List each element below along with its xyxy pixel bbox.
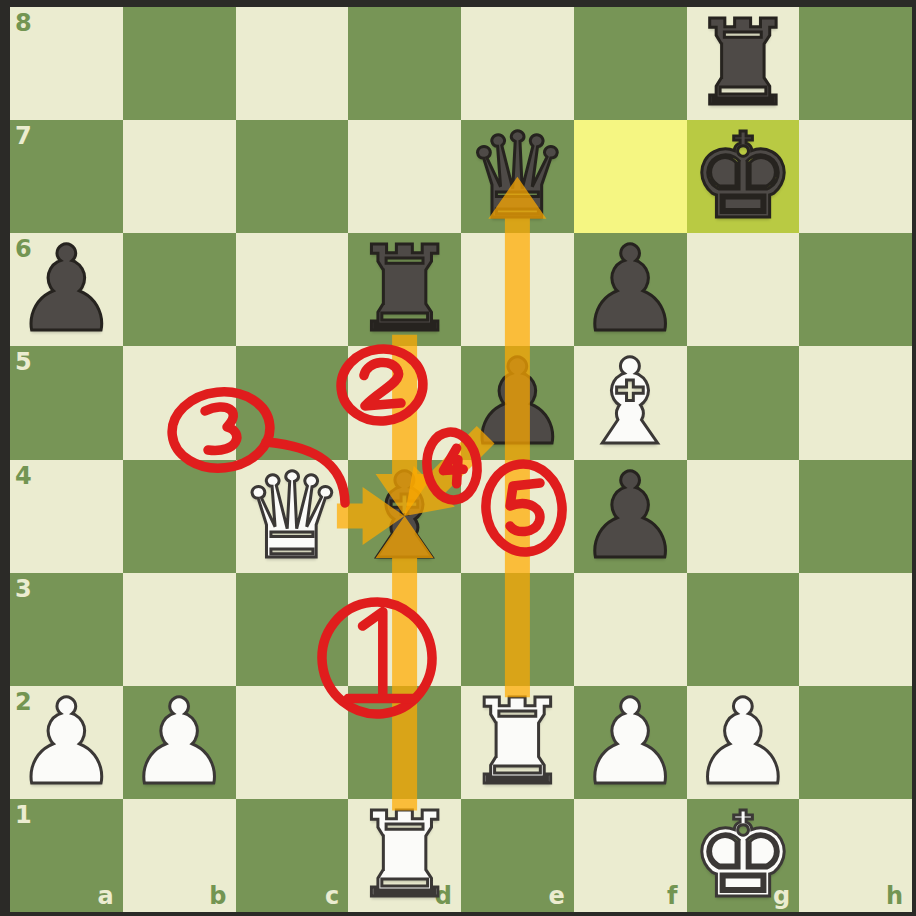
square-h2[interactable] — [799, 686, 912, 799]
square-g5[interactable] — [687, 346, 800, 459]
square-h6[interactable] — [799, 233, 912, 346]
rank-label-3: 3 — [15, 577, 32, 601]
piece-white-rook-e2[interactable]: ♜ — [461, 686, 574, 799]
square-b5[interactable] — [123, 346, 236, 459]
piece-white-pawn-f2[interactable]: ♟ — [574, 686, 687, 799]
square-e3[interactable] — [461, 573, 574, 686]
square-e1[interactable]: e — [461, 799, 574, 912]
piece-white-rook-d1[interactable]: ♜ — [348, 799, 461, 912]
piece-black-king-g7[interactable]: ♚ — [687, 120, 800, 233]
square-h7[interactable] — [799, 120, 912, 233]
piece-black-rook-d6[interactable]: ♜ — [348, 233, 461, 346]
piece-black-queen-e7[interactable]: ♛ — [461, 120, 574, 233]
square-g4[interactable] — [687, 460, 800, 573]
square-h1[interactable]: h — [799, 799, 912, 912]
square-a1[interactable]: 1a — [10, 799, 123, 912]
piece-white-king-g1[interactable]: ♚ — [687, 799, 800, 912]
square-d8[interactable] — [348, 7, 461, 120]
square-c6[interactable] — [236, 233, 349, 346]
piece-black-bishop-d4[interactable]: ♝ — [348, 460, 461, 573]
square-f7[interactable] — [574, 120, 687, 233]
square-b8[interactable] — [123, 7, 236, 120]
square-g6[interactable] — [687, 233, 800, 346]
piece-black-pawn-f6[interactable]: ♟ — [574, 233, 687, 346]
square-b6[interactable] — [123, 233, 236, 346]
square-f3[interactable] — [574, 573, 687, 686]
piece-white-pawn-b2[interactable]: ♟ — [123, 686, 236, 799]
square-h3[interactable] — [799, 573, 912, 686]
square-c3[interactable] — [236, 573, 349, 686]
file-label-e: e — [548, 884, 564, 908]
square-h4[interactable] — [799, 460, 912, 573]
square-b4[interactable] — [123, 460, 236, 573]
square-a4[interactable]: 4 — [10, 460, 123, 573]
chess-board-frame: 87654321abcdefgh ♜♛♚♟♜♟♟♝♛♝♟♟♟♜♟♟♜♚ — [0, 0, 916, 916]
square-a7[interactable]: 7 — [10, 120, 123, 233]
file-label-h: h — [886, 884, 903, 908]
piece-white-pawn-g2[interactable]: ♟ — [687, 686, 800, 799]
file-label-b: b — [209, 884, 226, 908]
file-label-a: a — [98, 884, 114, 908]
square-b1[interactable]: b — [123, 799, 236, 912]
piece-black-pawn-a6[interactable]: ♟ — [10, 233, 123, 346]
piece-black-pawn-f4[interactable]: ♟ — [574, 460, 687, 573]
square-d5[interactable] — [348, 346, 461, 459]
piece-white-pawn-a2[interactable]: ♟ — [10, 686, 123, 799]
square-c5[interactable] — [236, 346, 349, 459]
square-b3[interactable] — [123, 573, 236, 686]
piece-black-rook-g8[interactable]: ♜ — [687, 7, 800, 120]
piece-white-bishop-f5[interactable]: ♝ — [574, 346, 687, 459]
square-f8[interactable] — [574, 7, 687, 120]
rank-label-4: 4 — [15, 464, 32, 488]
square-d3[interactable] — [348, 573, 461, 686]
square-h8[interactable] — [799, 7, 912, 120]
square-a3[interactable]: 3 — [10, 573, 123, 686]
square-g3[interactable] — [687, 573, 800, 686]
square-f1[interactable]: f — [574, 799, 687, 912]
rank-label-8: 8 — [15, 11, 32, 35]
piece-white-queen-c4[interactable]: ♛ — [236, 460, 349, 573]
square-c2[interactable] — [236, 686, 349, 799]
piece-black-pawn-e5[interactable]: ♟ — [461, 346, 574, 459]
square-e8[interactable] — [461, 7, 574, 120]
file-label-c: c — [325, 884, 339, 908]
square-h5[interactable] — [799, 346, 912, 459]
rank-label-7: 7 — [15, 124, 32, 148]
square-d7[interactable] — [348, 120, 461, 233]
file-label-f: f — [667, 884, 677, 908]
square-e4[interactable] — [461, 460, 574, 573]
square-c8[interactable] — [236, 7, 349, 120]
square-d2[interactable] — [348, 686, 461, 799]
square-a8[interactable]: 8 — [10, 7, 123, 120]
square-c1[interactable]: c — [236, 799, 349, 912]
square-c7[interactable] — [236, 120, 349, 233]
square-e6[interactable] — [461, 233, 574, 346]
square-b7[interactable] — [123, 120, 236, 233]
square-a5[interactable]: 5 — [10, 346, 123, 459]
